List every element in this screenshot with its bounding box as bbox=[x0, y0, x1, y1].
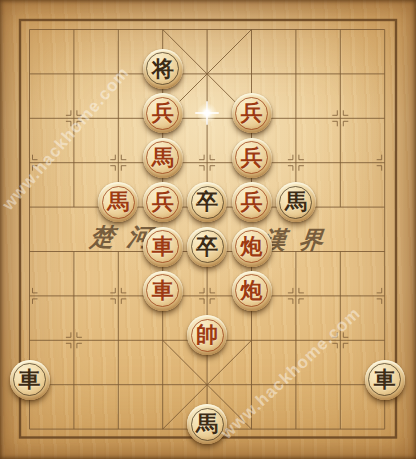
piece-red-cannon[interactable]: 炮 bbox=[232, 271, 272, 311]
piece-glyph: 車 bbox=[374, 368, 396, 390]
piece-glyph: 帥 bbox=[196, 323, 218, 345]
piece-black-soldier[interactable]: 卒 bbox=[187, 182, 227, 222]
piece-glyph: 車 bbox=[152, 279, 174, 301]
piece-red-horse[interactable]: 馬 bbox=[98, 182, 138, 222]
piece-red-soldier[interactable]: 兵 bbox=[143, 93, 183, 133]
piece-red-soldier[interactable]: 兵 bbox=[143, 182, 183, 222]
piece-glyph: 兵 bbox=[241, 101, 263, 123]
piece-red-general[interactable]: 帥 bbox=[187, 315, 227, 355]
piece-black-general[interactable]: 将 bbox=[143, 49, 183, 89]
piece-black-soldier[interactable]: 卒 bbox=[187, 227, 227, 267]
piece-glyph: 馬 bbox=[285, 190, 307, 212]
piece-red-chariot[interactable]: 車 bbox=[143, 227, 183, 267]
piece-red-soldier[interactable]: 兵 bbox=[232, 138, 272, 178]
piece-glyph: 将 bbox=[152, 57, 174, 79]
piece-red-horse[interactable]: 馬 bbox=[143, 138, 183, 178]
piece-glyph: 車 bbox=[152, 235, 174, 257]
piece-glyph: 兵 bbox=[152, 190, 174, 212]
piece-glyph: 車 bbox=[19, 368, 41, 390]
piece-glyph: 兵 bbox=[241, 146, 263, 168]
piece-red-chariot[interactable]: 車 bbox=[143, 271, 183, 311]
piece-glyph: 炮 bbox=[241, 235, 263, 257]
piece-black-chariot[interactable]: 車 bbox=[365, 360, 405, 400]
piece-black-horse[interactable]: 馬 bbox=[187, 404, 227, 444]
piece-black-chariot[interactable]: 車 bbox=[10, 360, 50, 400]
piece-glyph: 卒 bbox=[196, 190, 218, 212]
pieces-layer: 将兵兵馬兵馬兵卒兵馬車卒炮車炮帥車車馬 bbox=[0, 0, 416, 459]
piece-glyph: 兵 bbox=[241, 190, 263, 212]
piece-glyph: 兵 bbox=[152, 101, 174, 123]
piece-glyph: 炮 bbox=[241, 279, 263, 301]
piece-glyph: 馬 bbox=[152, 146, 174, 168]
piece-red-soldier[interactable]: 兵 bbox=[232, 182, 272, 222]
piece-red-cannon[interactable]: 炮 bbox=[232, 227, 272, 267]
piece-glyph: 馬 bbox=[196, 412, 218, 434]
piece-black-horse[interactable]: 馬 bbox=[276, 182, 316, 222]
xiangqi-board-screen: 楚河 漢界 将兵兵馬兵馬兵卒兵馬車卒炮車炮帥車車馬 www.hackhome.c… bbox=[0, 0, 416, 459]
piece-glyph: 馬 bbox=[107, 190, 129, 212]
piece-red-soldier[interactable]: 兵 bbox=[232, 93, 272, 133]
piece-glyph: 卒 bbox=[196, 235, 218, 257]
